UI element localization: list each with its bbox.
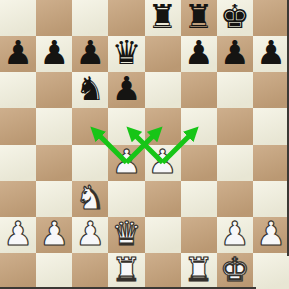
- square-h5[interactable]: [253, 108, 289, 144]
- square-e2[interactable]: [145, 217, 181, 253]
- square-e7[interactable]: [145, 36, 181, 72]
- square-b2[interactable]: ♟: [36, 217, 72, 253]
- square-d4[interactable]: ♟: [108, 145, 144, 181]
- white-king: ♚: [217, 253, 253, 288]
- square-h3[interactable]: [253, 181, 289, 217]
- square-d8[interactable]: [108, 0, 144, 36]
- black-pawn: ♟: [217, 36, 253, 71]
- square-e5[interactable]: [145, 108, 181, 144]
- square-f8[interactable]: ♜: [181, 0, 217, 36]
- black-king: ♚: [217, 0, 253, 35]
- square-f6[interactable]: [181, 72, 217, 108]
- square-g8[interactable]: ♚: [217, 0, 253, 36]
- square-a6[interactable]: [0, 72, 36, 108]
- white-rook: ♜: [108, 253, 144, 288]
- square-d1[interactable]: ♜: [108, 253, 144, 289]
- square-f1[interactable]: ♜: [181, 253, 217, 289]
- square-c1[interactable]: [72, 253, 108, 289]
- square-c6[interactable]: ♞: [72, 72, 108, 108]
- square-b7[interactable]: ♟: [36, 36, 72, 72]
- square-d6[interactable]: ♟: [108, 72, 144, 108]
- square-b1[interactable]: [36, 253, 72, 289]
- board-squares: ♜♜♚♟♟♟♛♟♟♟♞♟♟♟♞♟♟♟♛♟♟♜♜♚: [0, 0, 289, 289]
- square-a8[interactable]: [0, 0, 36, 36]
- black-pawn: ♟: [253, 36, 289, 71]
- square-a5[interactable]: [0, 108, 36, 144]
- white-queen: ♛: [108, 217, 144, 252]
- black-rook: ♜: [181, 0, 217, 35]
- black-pawn: ♟: [0, 36, 36, 71]
- white-pawn: ♟: [36, 217, 72, 252]
- square-e3[interactable]: [145, 181, 181, 217]
- square-d7[interactable]: ♛: [108, 36, 144, 72]
- square-b8[interactable]: [36, 0, 72, 36]
- white-rook: ♜: [181, 253, 217, 288]
- black-pawn: ♟: [72, 36, 108, 71]
- square-h6[interactable]: [253, 72, 289, 108]
- square-c4[interactable]: [72, 145, 108, 181]
- square-f5[interactable]: [181, 108, 217, 144]
- square-g7[interactable]: ♟: [217, 36, 253, 72]
- square-b4[interactable]: [36, 145, 72, 181]
- black-pawn: ♟: [36, 36, 72, 71]
- square-c2[interactable]: ♟: [72, 217, 108, 253]
- square-h2[interactable]: ♟: [253, 217, 289, 253]
- window-edge-right: [287, 0, 289, 256]
- square-a3[interactable]: [0, 181, 36, 217]
- square-e1[interactable]: [145, 253, 181, 289]
- square-b3[interactable]: [36, 181, 72, 217]
- square-h4[interactable]: [253, 145, 289, 181]
- square-e8[interactable]: ♜: [145, 0, 181, 36]
- white-knight: ♞: [72, 181, 108, 216]
- square-c5[interactable]: [72, 108, 108, 144]
- white-pawn: ♟: [217, 217, 253, 252]
- white-pawn: ♟: [72, 217, 108, 252]
- square-g4[interactable]: [217, 145, 253, 181]
- square-f3[interactable]: [181, 181, 217, 217]
- square-f2[interactable]: [181, 217, 217, 253]
- square-d2[interactable]: ♛: [108, 217, 144, 253]
- square-g3[interactable]: [217, 181, 253, 217]
- square-g5[interactable]: [217, 108, 253, 144]
- black-knight: ♞: [72, 72, 108, 107]
- square-e4[interactable]: ♟: [145, 145, 181, 181]
- square-h8[interactable]: [253, 0, 289, 36]
- black-pawn: ♟: [181, 36, 217, 71]
- square-a1[interactable]: [0, 253, 36, 289]
- square-a2[interactable]: ♟: [0, 217, 36, 253]
- black-queen: ♛: [108, 36, 144, 71]
- square-f4[interactable]: [181, 145, 217, 181]
- black-pawn: ♟: [108, 72, 144, 107]
- square-f7[interactable]: ♟: [181, 36, 217, 72]
- white-pawn: ♟: [108, 145, 144, 180]
- square-a7[interactable]: ♟: [0, 36, 36, 72]
- square-b6[interactable]: [36, 72, 72, 108]
- square-d5[interactable]: [108, 108, 144, 144]
- black-rook: ♜: [145, 0, 181, 35]
- white-pawn: ♟: [145, 145, 181, 180]
- white-pawn: ♟: [0, 217, 36, 252]
- square-b5[interactable]: [36, 108, 72, 144]
- square-g1[interactable]: ♚: [217, 253, 253, 289]
- square-e6[interactable]: [145, 72, 181, 108]
- square-d3[interactable]: [108, 181, 144, 217]
- square-g6[interactable]: [217, 72, 253, 108]
- square-g2[interactable]: ♟: [217, 217, 253, 253]
- square-c3[interactable]: ♞: [72, 181, 108, 217]
- square-a4[interactable]: [0, 145, 36, 181]
- square-c8[interactable]: [72, 0, 108, 36]
- square-c7[interactable]: ♟: [72, 36, 108, 72]
- chess-board: ♜♜♚♟♟♟♛♟♟♟♞♟♟♟♞♟♟♟♛♟♟♜♜♚: [0, 0, 289, 289]
- square-h7[interactable]: ♟: [253, 36, 289, 72]
- square-h1[interactable]: [253, 253, 289, 289]
- white-pawn: ♟: [253, 217, 289, 252]
